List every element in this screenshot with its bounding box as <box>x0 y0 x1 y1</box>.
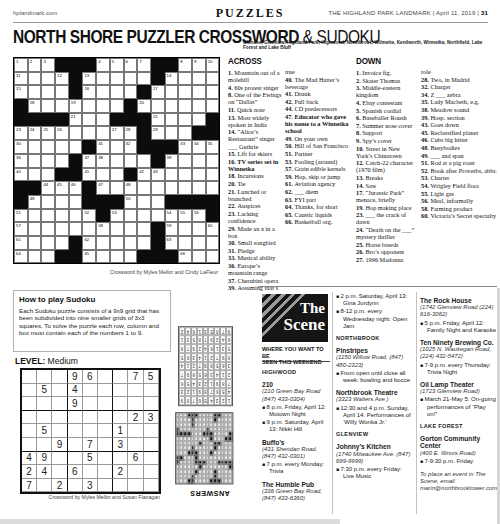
sudoku-cell[interactable] <box>83 424 98 438</box>
crossword-answer-cell <box>217 441 221 446</box>
crossword-cell[interactable] <box>206 236 220 250</box>
crossword-cell[interactable]: 45 <box>55 181 69 195</box>
crossword-cell[interactable] <box>206 168 220 182</box>
sudoku-cell[interactable]: 5 <box>37 384 52 398</box>
sudoku-cell[interactable]: 4 <box>37 465 52 479</box>
crossword-cell[interactable] <box>96 85 110 99</box>
crossword-cell[interactable]: 65 <box>82 250 96 264</box>
crossword-cell[interactable] <box>110 181 124 195</box>
sudoku-cell[interactable] <box>22 397 37 411</box>
crossword-cell[interactable]: 9 <box>192 58 206 72</box>
crossword-cell[interactable] <box>165 181 179 195</box>
sudoku-cell[interactable] <box>68 438 83 452</box>
crossword-cell[interactable]: 32 <box>124 140 138 154</box>
crossword-cell[interactable] <box>110 168 124 182</box>
crossword-cell[interactable] <box>55 99 69 113</box>
crossword-cell[interactable] <box>178 126 192 140</box>
crossword-cell[interactable] <box>151 209 165 223</box>
crossword-cell[interactable] <box>137 195 151 209</box>
sudoku-cell[interactable]: 7 <box>128 370 143 384</box>
crossword-answer-cell <box>195 422 199 427</box>
crossword-cell[interactable] <box>110 154 124 168</box>
sudoku-cell[interactable] <box>68 452 83 466</box>
crossword-cell[interactable] <box>178 154 192 168</box>
crossword-cell[interactable] <box>110 222 124 236</box>
crossword-cell[interactable] <box>28 222 42 236</box>
sudoku-cell[interactable] <box>52 384 67 398</box>
crossword-cell[interactable] <box>178 99 192 113</box>
crossword-cell[interactable] <box>192 236 206 250</box>
sudoku-cell[interactable]: 9 <box>68 370 83 384</box>
scene-addr: (1742 Glenview Road (224) 616-3062) <box>420 304 497 318</box>
crossword-cell[interactable] <box>124 85 138 99</box>
sudoku-cell[interactable] <box>98 411 113 425</box>
sudoku-cell[interactable] <box>113 411 128 425</box>
crossword-cell[interactable] <box>192 113 206 127</box>
crossword-cell[interactable]: 51 <box>14 209 28 223</box>
crossword-cell[interactable]: 64 <box>14 250 28 264</box>
sudoku-cell[interactable] <box>98 465 113 479</box>
crossword-cell[interactable] <box>178 181 192 195</box>
sudoku-cell[interactable]: 1 <box>113 424 128 438</box>
sudoku-cell[interactable] <box>128 438 143 452</box>
crossword-cell[interactable] <box>28 209 42 223</box>
crossword-cell[interactable] <box>69 195 83 209</box>
crossword-cell[interactable] <box>165 85 179 99</box>
newspaper-puzzle-page: hplandmark.com PUZZLES THE HIGHLAND PARK… <box>0 0 500 524</box>
crossword-answer-cell <box>229 451 233 456</box>
crossword-answer-cell <box>214 432 218 437</box>
sudoku-cell[interactable] <box>144 438 159 452</box>
crossword-cell[interactable]: 7 <box>137 58 151 72</box>
sudoku-cell[interactable] <box>83 411 98 425</box>
crossword-cell[interactable] <box>110 99 124 113</box>
sudoku-cell[interactable] <box>22 424 37 438</box>
crossword-cell[interactable] <box>192 250 206 264</box>
crossword-cell[interactable] <box>82 113 96 127</box>
crossword-cell[interactable] <box>206 181 220 195</box>
sudoku-cell[interactable]: 3 <box>83 479 98 493</box>
sudoku-cell[interactable] <box>144 479 159 493</box>
crossword-cell[interactable] <box>55 236 69 250</box>
crossword-cell[interactable] <box>165 113 179 127</box>
crossword-cell[interactable] <box>137 181 151 195</box>
crossword-cell[interactable]: 47 <box>96 181 110 195</box>
crossword-cell[interactable]: 57 <box>14 222 28 236</box>
crossword-cell[interactable]: 58 <box>96 222 110 236</box>
crossword-cell[interactable]: 59 <box>165 222 179 236</box>
sudoku-cell[interactable] <box>98 397 113 411</box>
crossword-cell[interactable] <box>41 222 55 236</box>
crossword-cell[interactable]: 17 <box>151 85 165 99</box>
crossword-cell[interactable] <box>41 250 55 264</box>
crossword-cell[interactable] <box>96 99 110 113</box>
crossword-cell[interactable]: 15 <box>14 85 28 99</box>
crossword-cell[interactable] <box>41 140 55 154</box>
cell-number: 28 <box>126 127 131 132</box>
crossword-cell[interactable] <box>124 209 138 223</box>
sudoku-cell[interactable] <box>98 384 113 398</box>
crossword-answer-cell <box>191 441 195 446</box>
crossword-cell[interactable]: 66 <box>178 250 192 264</box>
crossword-cell[interactable] <box>178 168 192 182</box>
crossword-answer-cell <box>217 460 221 465</box>
crossword-grid[interactable]: 1234567891011121314151617181920212223242… <box>13 57 220 264</box>
sudoku-cell[interactable] <box>37 479 52 493</box>
crossword-answer-cell <box>180 479 184 484</box>
crossword-answer-cell <box>191 465 195 470</box>
crossword-cell[interactable] <box>41 85 55 99</box>
sudoku-answer-cell: 4 <box>226 388 232 397</box>
scene-venue: Gorton Community Center <box>420 435 497 449</box>
clue-item: 46. Cubs big hitter <box>421 136 497 143</box>
crossword-cell[interactable] <box>124 154 138 168</box>
sudoku-cell[interactable]: 9 <box>68 397 83 411</box>
sudoku-cell[interactable] <box>52 452 67 466</box>
crossword-cell[interactable] <box>28 85 42 99</box>
sudoku-cell[interactable]: 2 <box>22 465 37 479</box>
sudoku-cell[interactable]: 3 <box>113 438 128 452</box>
crossword-cell[interactable] <box>82 222 96 236</box>
sudoku-cell[interactable]: 7 <box>22 479 37 493</box>
sudoku-cell[interactable] <box>144 397 159 411</box>
crossword-cell[interactable]: 5 <box>110 58 124 72</box>
crossword-cell[interactable]: 26 <box>55 126 69 140</box>
sudoku-cell[interactable] <box>128 465 143 479</box>
crossword-cell[interactable] <box>206 99 220 113</box>
crossword-cell[interactable]: 38 <box>96 154 110 168</box>
sudoku-answer-cell: 4 <box>203 344 209 353</box>
crossword-cell[interactable]: 13 <box>82 72 96 86</box>
crossword-cell[interactable]: 23 <box>14 126 28 140</box>
crossword-cell[interactable] <box>192 222 206 236</box>
crossword-cell[interactable]: 16 <box>82 85 96 99</box>
clue-item: 51. Partner <box>285 150 351 157</box>
crossword-cell[interactable] <box>178 236 192 250</box>
crossword-answer-cell <box>214 436 218 441</box>
crossword-cell[interactable] <box>124 250 138 264</box>
crossword-cell[interactable]: 60 <box>206 222 220 236</box>
sudoku-cell[interactable] <box>22 384 37 398</box>
sudoku-cell[interactable] <box>98 370 113 384</box>
crossword-cell[interactable] <box>165 168 179 182</box>
sudoku-cell[interactable]: 4 <box>22 452 37 466</box>
crossword-cell[interactable]: 14 <box>165 72 179 86</box>
crossword-cell[interactable] <box>96 113 110 127</box>
crossword-cell[interactable]: 10 <box>206 58 220 72</box>
crossword-cell[interactable] <box>41 236 55 250</box>
sudoku-cell[interactable] <box>128 424 143 438</box>
crossword-cell[interactable]: 27 <box>110 126 124 140</box>
sudoku-cell[interactable]: 6 <box>83 370 98 384</box>
crossword-cell[interactable]: 21 <box>69 113 83 127</box>
crossword-cell[interactable] <box>55 85 69 99</box>
crossword-cell[interactable] <box>137 72 151 86</box>
sudoku-cell[interactable] <box>37 370 52 384</box>
sudoku-cell[interactable] <box>52 424 67 438</box>
sudoku-cell[interactable]: 9 <box>37 452 52 466</box>
crossword-black-cell <box>14 195 28 209</box>
sudoku-cell[interactable] <box>128 397 143 411</box>
crossword-cell[interactable] <box>178 85 192 99</box>
crossword-cell[interactable] <box>151 99 165 113</box>
sudoku-cell[interactable] <box>98 452 113 466</box>
crossword-cell[interactable] <box>110 250 124 264</box>
crossword-cell[interactable] <box>137 154 151 168</box>
crossword-cell[interactable] <box>192 85 206 99</box>
crossword-cell[interactable] <box>28 154 42 168</box>
sudoku-cell[interactable] <box>113 384 128 398</box>
sudoku-answer-cell: 8 <box>203 388 209 397</box>
crossword-cell[interactable] <box>124 236 138 250</box>
crossword-answer-cell <box>221 460 225 465</box>
crossword-answer-cell <box>191 427 195 432</box>
bullet-square-icon: ■ <box>420 458 424 464</box>
crossword-cell[interactable] <box>28 250 42 264</box>
sudoku-cell[interactable] <box>68 424 83 438</box>
crossword-cell[interactable] <box>55 154 69 168</box>
crossword-cell[interactable] <box>192 99 206 113</box>
sudoku-grid[interactable]: 9675549235197349562462723 <box>20 368 161 494</box>
crossword-cell[interactable] <box>192 154 206 168</box>
crossword-cell[interactable] <box>178 113 192 127</box>
crossword-cell[interactable]: 49 <box>28 195 42 209</box>
sudoku-cell[interactable] <box>113 479 128 493</box>
crossword-cell[interactable]: 42 <box>137 168 151 182</box>
crossword-cell[interactable]: 4 <box>96 58 110 72</box>
crossword-cell[interactable] <box>96 168 110 182</box>
crossword-cell[interactable] <box>69 140 83 154</box>
crossword-cell[interactable]: 50 <box>124 195 138 209</box>
crossword-cell[interactable] <box>110 85 124 99</box>
crossword-cell[interactable] <box>28 140 42 154</box>
crossword-cell[interactable] <box>110 236 124 250</box>
crossword-cell[interactable] <box>82 99 96 113</box>
scene-addr: (1150 Willow Road, (847) 480-2323) <box>336 354 413 368</box>
crossword-cell[interactable] <box>41 99 55 113</box>
sudoku-cell[interactable] <box>37 411 52 425</box>
crossword-cell[interactable] <box>28 168 42 182</box>
crossword-answer-cell <box>191 460 195 465</box>
crossword-cell[interactable]: 40 <box>14 168 28 182</box>
crossword-cell[interactable] <box>206 85 220 99</box>
crossword-cell[interactable] <box>69 126 83 140</box>
crossword-cell[interactable]: 52 <box>82 209 96 223</box>
crossword-cell[interactable]: 39 <box>165 154 179 168</box>
sudoku-cell[interactable] <box>144 424 159 438</box>
crossword-cell[interactable] <box>206 154 220 168</box>
down-column-2: role 28. Two, in Madrid32. Charger34. Z … <box>421 68 497 220</box>
clue-item: 13. Breaks <box>356 174 417 181</box>
crossword-cell[interactable]: 20 <box>137 99 151 113</box>
sudoku-cell[interactable] <box>144 465 159 479</box>
crossword-cell[interactable] <box>82 126 96 140</box>
crossword-cell[interactable] <box>124 222 138 236</box>
sudoku-cell[interactable] <box>98 424 113 438</box>
crossword-cell[interactable] <box>69 222 83 236</box>
crossword-cell[interactable] <box>165 126 179 140</box>
crossword-cell[interactable]: 19 <box>69 99 83 113</box>
sudoku-cell[interactable] <box>128 479 143 493</box>
crossword-cell[interactable]: 33 <box>178 140 192 154</box>
sudoku-cell[interactable] <box>52 465 67 479</box>
crossword-cell[interactable] <box>192 72 206 86</box>
cell-number: 8 <box>180 59 182 64</box>
sudoku-cell[interactable]: 3 <box>144 411 159 425</box>
crossword-cell[interactable]: 44 <box>41 181 55 195</box>
crossword-cell[interactable]: 46 <box>69 181 83 195</box>
crossword-cell[interactable] <box>41 195 55 209</box>
sudoku-cell[interactable] <box>83 465 98 479</box>
crossword-cell[interactable] <box>110 72 124 86</box>
crossword-cell[interactable] <box>137 209 151 223</box>
crossword-answer-cell <box>176 422 180 427</box>
crossword-cell[interactable]: 36 <box>14 154 28 168</box>
crossword-cell[interactable]: 2 <box>28 58 42 72</box>
scene-note: To place an event in The Scene, email ma… <box>420 471 497 493</box>
clue-item: 23. ___ the crack of dawn <box>356 211 417 225</box>
crossword-cell[interactable]: 8 <box>178 58 192 72</box>
crossword-cell[interactable] <box>151 181 165 195</box>
crossword-black-cell <box>96 195 110 209</box>
crossword-cell[interactable]: 31 <box>96 140 110 154</box>
clue-item: 38. Meadow sound <box>421 106 497 113</box>
sudoku-cell[interactable] <box>52 397 67 411</box>
cell-number: 4 <box>98 59 100 64</box>
crossword-answer-cell <box>210 455 214 460</box>
crossword-cell[interactable]: 24 <box>28 126 42 140</box>
crossword-cell[interactable]: 11 <box>14 72 28 86</box>
sudoku-cell[interactable] <box>98 479 113 493</box>
sudoku-cell[interactable]: 5 <box>144 370 159 384</box>
sudoku-answer-cell: 2 <box>203 379 209 388</box>
crossword-cell[interactable] <box>55 222 69 236</box>
sudoku-cell[interactable] <box>68 411 83 425</box>
crossword-cell[interactable] <box>178 222 192 236</box>
crossword-cell[interactable] <box>192 181 206 195</box>
sudoku-cell[interactable] <box>52 370 67 384</box>
crossword-cell[interactable]: 61 <box>14 236 28 250</box>
crossword-answer-cell <box>202 422 206 427</box>
crossword-cell[interactable]: 53 <box>110 209 124 223</box>
crossword-answer-cell <box>199 427 203 432</box>
crossword-cell[interactable] <box>192 168 206 182</box>
crossword-answer-cell <box>187 427 191 432</box>
crossword-cell[interactable] <box>28 72 42 86</box>
sudoku-cell[interactable] <box>22 438 37 452</box>
sudoku-cell[interactable]: 2 <box>52 479 67 493</box>
crossword-cell[interactable] <box>165 99 179 113</box>
crossword-cell[interactable]: 3 <box>41 58 55 72</box>
crossword-answer-cell <box>202 465 206 470</box>
crossword-cell[interactable] <box>55 209 69 223</box>
sudoku-cell[interactable] <box>37 397 52 411</box>
sudoku-cell[interactable]: 7 <box>83 438 98 452</box>
crossword-cell[interactable]: 18 <box>28 99 42 113</box>
crossword-cell[interactable] <box>41 154 55 168</box>
crossword-cell[interactable]: 54 <box>165 209 179 223</box>
crossword-cell[interactable]: 22 <box>151 113 165 127</box>
crossword-cell[interactable]: 48 <box>124 181 138 195</box>
crossword-cell[interactable]: 56 <box>192 209 206 223</box>
sudoku-cell[interactable] <box>22 370 37 384</box>
sudoku-cell[interactable] <box>52 411 67 425</box>
crossword-cell[interactable] <box>206 72 220 86</box>
sudoku-cell[interactable]: 2 <box>113 465 128 479</box>
crossword-cell[interactable] <box>137 236 151 250</box>
sudoku-cell[interactable] <box>83 397 98 411</box>
crossword-cell[interactable] <box>41 168 55 182</box>
crossword-cell[interactable]: 28 <box>124 126 138 140</box>
crossword-cell[interactable]: 35 <box>206 140 220 154</box>
scene-addr: (210 Green Bay Road (847) 433-0304) <box>262 388 330 402</box>
sudoku-cell[interactable]: 5 <box>37 424 52 438</box>
sudoku-cell[interactable]: 6 <box>68 465 83 479</box>
crossword-cell[interactable] <box>124 72 138 86</box>
sudoku-cell[interactable] <box>22 411 37 425</box>
crossword-cell[interactable] <box>178 72 192 86</box>
sudoku-cell[interactable]: 4 <box>68 384 83 398</box>
crossword-cell[interactable] <box>69 209 83 223</box>
crossword-cell[interactable] <box>151 195 165 209</box>
crossword-cell[interactable]: 12 <box>55 72 69 86</box>
crossword-cell[interactable] <box>137 222 151 236</box>
crossword-cell[interactable]: 62 <box>82 236 96 250</box>
crossword-cell[interactable]: 1 <box>14 58 28 72</box>
sudoku-cell[interactable] <box>68 479 83 493</box>
crossword-cell[interactable] <box>96 236 110 250</box>
crossword-cell[interactable] <box>28 236 42 250</box>
crossword-cell[interactable] <box>55 195 69 209</box>
crossword-cell[interactable] <box>55 140 69 154</box>
crossword-answer-cell <box>195 427 199 432</box>
sudoku-cell[interactable] <box>113 452 128 466</box>
sudoku-cell[interactable]: 9 <box>52 438 67 452</box>
sudoku-cell[interactable] <box>98 438 113 452</box>
crossword-cell[interactable]: 43 <box>151 168 165 182</box>
crossword-cell[interactable] <box>96 72 110 86</box>
crossword-cell[interactable]: 37 <box>82 154 96 168</box>
crossword-answer-cell <box>214 474 218 479</box>
crossword-cell[interactable]: 25 <box>41 126 55 140</box>
crossword-cell[interactable] <box>41 72 55 86</box>
clue-item: 60. Victoria’s Secret specialty <box>421 212 497 219</box>
sudoku-cell[interactable] <box>37 438 52 452</box>
crossword-cell[interactable]: 63 <box>165 236 179 250</box>
crossword-cell[interactable] <box>206 250 220 264</box>
sudoku-cell[interactable]: 6 <box>128 452 143 466</box>
crossword-cell[interactable] <box>110 140 124 154</box>
crossword-cell[interactable]: 34 <box>192 140 206 154</box>
sudoku-cell[interactable]: 2 <box>128 411 143 425</box>
crossword-cell[interactable] <box>41 209 55 223</box>
crossword-cell[interactable] <box>96 250 110 264</box>
crossword-cell[interactable]: 41 <box>82 168 96 182</box>
crossword-cell[interactable] <box>96 126 110 140</box>
sudoku-cell[interactable] <box>113 397 128 411</box>
sudoku-cell[interactable] <box>113 370 128 384</box>
sudoku-cell[interactable] <box>83 384 98 398</box>
sudoku-cell[interactable] <box>144 384 159 398</box>
crossword-cell[interactable]: 55 <box>178 209 192 223</box>
crossword-cell[interactable]: 29 <box>151 126 165 140</box>
crossword-black-cell <box>28 181 42 195</box>
crossword-cell[interactable]: 6 <box>124 58 138 72</box>
sudoku-cell[interactable]: 5 <box>83 452 98 466</box>
sudoku-cell[interactable] <box>128 384 143 398</box>
crossword-cell[interactable]: 30 <box>14 140 28 154</box>
sudoku-cell[interactable] <box>144 452 159 466</box>
